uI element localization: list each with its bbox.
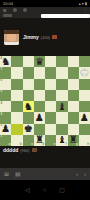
square-h4[interactable] [79,101,90,112]
player-rating: (966) [20,148,29,153]
square-b2[interactable] [11,124,22,135]
square-f3[interactable] [56,112,67,123]
black-pawn[interactable]: ♟ [1,124,10,134]
menu-icon[interactable]: ☰ [3,8,7,13]
file-label: c [31,143,33,146]
opponent-name: Jimmy [23,34,39,40]
opponent-flag-icon [52,35,57,39]
square-d6[interactable] [34,79,45,90]
square-c6[interactable] [23,79,34,90]
square-h6[interactable] [79,79,90,90]
square-c1[interactable]: c [23,135,34,146]
rank-label: 2 [1,124,3,127]
square-d2[interactable] [34,124,45,135]
square-f4[interactable]: ♝ [56,101,67,112]
square-g1[interactable]: g♜ [68,135,79,146]
square-g3[interactable] [68,112,79,123]
chat-icon[interactable]: ▤ [15,171,21,178]
black-pawn[interactable]: ♟ [35,113,44,123]
white-king[interactable]: ♚ [80,68,89,78]
square-a2[interactable]: 2♟ [0,124,11,135]
signal-icon: ▴ [79,2,81,6]
file-label: d [42,143,44,146]
square-f8[interactable] [56,56,67,67]
square-e1[interactable]: e [45,135,56,146]
square-a4[interactable]: 4 [0,101,11,112]
square-d4[interactable] [34,101,45,112]
nav-home-icon[interactable]: ○ [43,187,47,194]
square-d1[interactable]: d♜ [34,135,45,146]
square-e2[interactable] [45,124,56,135]
square-b8[interactable] [11,56,22,67]
badge2-icon[interactable] [23,8,27,12]
clock: 10:04 [3,1,13,6]
square-d3[interactable]: ♟ [34,112,45,123]
square-f6[interactable] [56,79,67,90]
square-f5[interactable] [56,90,67,101]
square-f1[interactable]: f♝ [56,135,67,146]
rank-label: 7 [1,68,3,71]
top-spacer [0,18,90,27]
rank-label: 3 [1,113,3,116]
square-g4[interactable] [68,101,79,112]
square-f7[interactable] [56,67,67,78]
player-name: ddddd [3,147,18,153]
opponent-rating: (400) [41,35,50,40]
square-c7[interactable] [23,67,34,78]
android-nav-bar: ◁ ○ ▢ [0,180,90,200]
black-knight[interactable]: ♞ [1,57,10,67]
square-b6[interactable] [11,79,22,90]
black-pawn[interactable]: ♟ [80,113,89,123]
file-label: h [87,143,89,146]
file-label: a [9,143,11,146]
square-g8[interactable] [68,56,79,67]
rank-label: 5 [1,90,3,93]
square-g6[interactable] [68,79,79,90]
square-e4[interactable] [45,101,56,112]
status-icons: ▴ ▾ ▮ [79,2,87,6]
square-e7[interactable] [45,67,56,78]
player-flag-icon [32,148,37,152]
black-king[interactable]: ♚ [24,124,33,134]
badge1-icon[interactable] [13,8,17,12]
square-c2[interactable]: ♚ [23,124,34,135]
lower-gap [0,154,90,168]
square-a6[interactable]: 6 [0,79,11,90]
board-spacer [0,47,90,56]
square-e8[interactable] [45,56,56,67]
banner[interactable] [41,14,90,18]
square-e6[interactable] [45,79,56,90]
square-b3[interactable] [11,112,22,123]
square-e5[interactable] [45,90,56,101]
rank-label: 8 [1,57,3,60]
black-knight[interactable]: ♞ [24,102,33,112]
player-row[interactable]: ddddd (966) [0,146,90,154]
move-forward-icon[interactable]: › [84,171,86,178]
phone-screen: 10:04 ▴ ▾ ▮ ☰ ⋮ Jimmy (400) 8♞♛7♚654♞♝3♟… [0,0,90,200]
square-h5[interactable] [79,90,90,101]
square-a1[interactable]: 1a [0,135,11,146]
nav-recents-icon[interactable]: ▢ [59,187,65,194]
square-g2[interactable] [68,124,79,135]
square-b4[interactable] [11,101,22,112]
square-a5[interactable]: 5 [0,90,11,101]
square-b1[interactable]: b [11,135,22,146]
square-h2[interactable] [79,124,90,135]
rank-label: 4 [1,102,3,105]
square-b7[interactable] [11,67,22,78]
banner-label [3,14,12,17]
square-h7[interactable]: ♚ [79,67,90,78]
avatar-hair [4,30,19,34]
avatar-face [7,34,16,41]
square-d8[interactable]: ♛ [34,56,45,67]
game-controls-bar: ⊞ ▤ ‹ › [0,168,90,180]
avatar-shirt [4,42,19,45]
square-g7[interactable] [68,67,79,78]
battery-icon: ▮ [85,2,87,6]
square-h8[interactable] [79,56,90,67]
square-d5[interactable] [34,90,45,101]
file-label: g [76,143,78,146]
rank-label: 6 [1,79,3,82]
black-bishop[interactable]: ♝ [57,102,66,112]
rank-label: 1 [1,135,3,138]
wifi-icon: ▾ [82,2,84,6]
status-bar: 10:04 ▴ ▾ ▮ [0,0,90,7]
square-f2[interactable] [56,124,67,135]
square-d7[interactable] [34,67,45,78]
options-icon[interactable]: ⊞ [4,171,9,178]
avatar[interactable] [4,30,19,45]
chess-board[interactable]: 8♞♛7♚654♞♝3♟♟2♟♚1abcd♜ef♝g♜h [0,56,90,146]
square-c5[interactable] [23,90,34,101]
move-back-icon[interactable]: ‹ [76,171,78,178]
square-a7[interactable]: 7 [0,67,11,78]
more-icon[interactable]: ⋮ [83,8,87,13]
square-h3[interactable]: ♟ [79,112,90,123]
square-g5[interactable] [68,90,79,101]
square-b5[interactable] [11,90,22,101]
square-c3[interactable] [23,112,34,123]
black-queen[interactable]: ♛ [35,57,44,67]
file-label: b [20,143,22,146]
square-h1[interactable]: h [79,135,90,146]
file-label: e [54,143,56,146]
square-a3[interactable]: 3 [0,112,11,123]
nav-back-icon[interactable]: ◁ [25,187,30,194]
square-e3[interactable] [45,112,56,123]
square-a8[interactable]: 8♞ [0,56,11,67]
square-c4[interactable]: ♞ [23,101,34,112]
opponent-row[interactable]: Jimmy (400) [0,27,90,47]
square-c8[interactable] [23,56,34,67]
